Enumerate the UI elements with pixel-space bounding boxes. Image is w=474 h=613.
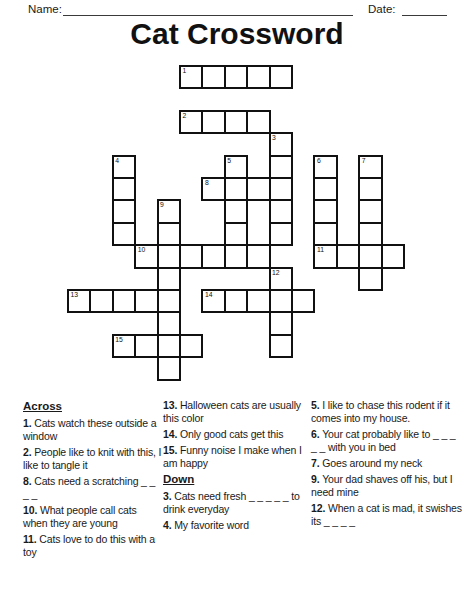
clue-number: 9. — [311, 473, 322, 485]
grid-cell[interactable]: 7 — [358, 155, 382, 179]
grid-cell[interactable] — [112, 177, 136, 201]
grid-cell[interactable]: 15 — [112, 334, 136, 358]
grid-cell[interactable] — [336, 244, 360, 268]
grid-cell[interactable] — [358, 177, 382, 201]
cell-number: 14 — [205, 291, 213, 299]
cell-number: 13 — [71, 291, 79, 299]
grid-cell[interactable] — [157, 244, 181, 268]
grid-cell[interactable] — [224, 244, 248, 268]
grid-cell[interactable] — [269, 65, 293, 89]
date-blank-line[interactable] — [402, 15, 447, 16]
clue-column: 5. I like to chase this rodent if it com… — [311, 399, 463, 531]
grid-cell[interactable] — [224, 199, 248, 223]
grid-cell[interactable] — [313, 222, 337, 246]
grid-cell[interactable] — [313, 199, 337, 223]
cell-number: 4 — [115, 157, 119, 165]
grid-cell[interactable]: 10 — [134, 244, 158, 268]
grid-cell[interactable]: 12 — [269, 267, 293, 291]
grid-cell[interactable] — [134, 289, 158, 313]
grid-cell[interactable] — [112, 289, 136, 313]
grid-cell[interactable]: 2 — [179, 110, 203, 134]
clue-1: 1. Cats watch these outside a window — [23, 417, 163, 443]
cell-number: 5 — [227, 157, 231, 165]
clue-section-header: Down — [163, 473, 310, 486]
clue-number: 5. — [311, 399, 322, 411]
name-label: Name: — [28, 3, 62, 15]
grid-cell[interactable]: 5 — [224, 155, 248, 179]
grid-cell[interactable] — [157, 356, 181, 380]
grid-cell[interactable]: 13 — [67, 289, 91, 313]
cell-number: 10 — [138, 246, 146, 254]
grid-cell[interactable] — [157, 334, 181, 358]
grid-cell[interactable] — [201, 65, 225, 89]
grid-cell[interactable]: 1 — [179, 65, 203, 89]
grid-cell[interactable] — [269, 289, 293, 313]
clue-number: 3. — [163, 490, 174, 502]
clue-number: 12. — [311, 502, 328, 514]
clue-column: Across1. Cats watch these outside a wind… — [23, 399, 163, 562]
clue-9: 9. Your dad shaves off his, but I need m… — [311, 473, 463, 499]
grid-cell[interactable] — [246, 65, 270, 89]
grid-cell[interactable] — [157, 267, 181, 291]
clue-2: 2. People like to knit with this, I like… — [23, 446, 163, 472]
grid-cell[interactable] — [246, 289, 270, 313]
grid-cell[interactable] — [201, 110, 225, 134]
clue-number: 11. — [23, 533, 39, 545]
clue-number: 10. — [23, 504, 40, 516]
cell-number: 8 — [205, 179, 209, 187]
grid-cell[interactable] — [358, 267, 382, 291]
cell-number: 6 — [317, 157, 321, 165]
grid-cell[interactable] — [224, 65, 248, 89]
grid-cell[interactable] — [224, 222, 248, 246]
clue-section-header: Across — [23, 400, 163, 413]
grid-cell[interactable]: 6 — [313, 155, 337, 179]
clue-column: 13. Halloween cats are usually this colo… — [163, 399, 310, 535]
grid-cell[interactable] — [134, 334, 158, 358]
clue-number: 1. — [23, 417, 34, 429]
clue-7: 7. Goes around my neck — [311, 457, 463, 470]
grid-cell[interactable]: 4 — [112, 155, 136, 179]
clue-6: 6. Your cat probably like to _ _ _ _ _ w… — [311, 428, 463, 454]
grid-cell[interactable] — [112, 222, 136, 246]
date-label: Date: — [368, 3, 396, 15]
grid-cell[interactable] — [269, 334, 293, 358]
grid-cell[interactable] — [224, 177, 248, 201]
grid-cell[interactable] — [224, 289, 248, 313]
clue-number: 8. — [23, 475, 34, 487]
grid-cell[interactable]: 3 — [269, 132, 293, 156]
clue-15: 15. Funny noise I make when I am happy — [163, 444, 310, 470]
grid-cell[interactable]: 8 — [201, 177, 225, 201]
cell-number: 7 — [362, 157, 366, 165]
grid-cell[interactable] — [246, 110, 270, 134]
clue-12: 12. When a cat is mad, it swishes its _ … — [311, 502, 463, 528]
grid-cell[interactable] — [381, 244, 405, 268]
grid-cell[interactable] — [358, 199, 382, 223]
grid-cell[interactable] — [179, 244, 203, 268]
grid-cell[interactable] — [246, 177, 270, 201]
grid-cell[interactable] — [269, 177, 293, 201]
clue-11: 11. Cats love to do this with a toy — [23, 533, 163, 559]
clue-14: 14. Only good cats get this — [163, 428, 310, 441]
grid-cell[interactable] — [112, 199, 136, 223]
grid-cell[interactable] — [201, 244, 225, 268]
grid-cell[interactable]: 9 — [157, 199, 181, 223]
grid-cell[interactable] — [89, 289, 113, 313]
grid-cell[interactable] — [246, 244, 270, 268]
grid-cell[interactable] — [157, 222, 181, 246]
grid-cell[interactable] — [224, 110, 248, 134]
clue-number: 7. — [311, 457, 322, 469]
clue-10: 10. What people call cats when they are … — [23, 504, 163, 530]
clue-number: 4. — [163, 519, 174, 531]
crossword-grid: 123456789101112131415 — [67, 65, 405, 381]
grid-cell[interactable] — [269, 199, 293, 223]
name-blank-line[interactable] — [63, 15, 353, 16]
cell-number: 1 — [183, 67, 187, 75]
grid-cell[interactable] — [269, 155, 293, 179]
clue-5: 5. I like to chase this rodent if it com… — [311, 399, 463, 425]
grid-cell[interactable] — [157, 289, 181, 313]
cell-number: 15 — [115, 336, 123, 344]
cell-number: 2 — [183, 112, 187, 120]
clue-8: 8. Cats need a scratching _ _ _ _ — [23, 475, 163, 501]
grid-cell[interactable] — [269, 222, 293, 246]
clue-4: 4. My favorite word — [163, 519, 310, 532]
grid-cell[interactable]: 11 — [313, 244, 337, 268]
grid-cell[interactable] — [313, 177, 337, 201]
grid-cell[interactable] — [179, 334, 203, 358]
clue-number: 14. — [163, 428, 180, 440]
clue-13: 13. Halloween cats are usually this colo… — [163, 399, 310, 425]
grid-cell[interactable] — [358, 222, 382, 246]
cell-number: 12 — [272, 269, 280, 277]
page-title: Cat Crossword — [0, 17, 474, 51]
cell-number: 11 — [317, 246, 324, 254]
grid-cell[interactable] — [291, 289, 315, 313]
clue-number: 15. — [163, 444, 180, 456]
grid-cell[interactable] — [157, 311, 181, 335]
clue-3: 3. Cats need fresh _ _ _ _ _ to drink ev… — [163, 490, 310, 516]
cell-number: 3 — [272, 134, 276, 142]
clue-number: 2. — [23, 446, 34, 458]
grid-cell[interactable] — [358, 244, 382, 268]
cell-number: 9 — [160, 201, 164, 209]
grid-cell[interactable]: 14 — [201, 289, 225, 313]
clue-number: 13. — [163, 399, 180, 411]
grid-cell[interactable] — [269, 311, 293, 335]
clue-number: 6. — [311, 428, 322, 440]
